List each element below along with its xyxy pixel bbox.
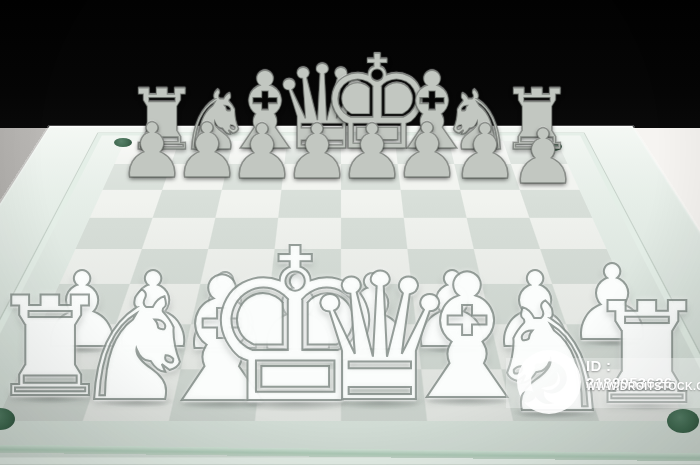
watermark-site-text: WWW.DROITSTOCK.COM (586, 380, 700, 392)
piece-black-pawn-h7: ♟ (509, 119, 577, 195)
droitstock-bird-logo-icon (510, 343, 588, 421)
photo-scene: ♜♞♝♛♚♝♞♜♟♟♟♟♟♟♟♟♟♟♟♟♟♟♟♟♜♞♝♚♛♝♞♜ ID : 21… (0, 0, 700, 465)
